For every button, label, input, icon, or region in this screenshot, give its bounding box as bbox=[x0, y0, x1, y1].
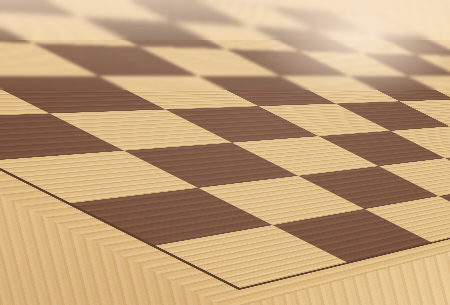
chessboard-photo bbox=[0, 0, 450, 305]
chessboard-grid bbox=[0, 0, 450, 290]
chessboard bbox=[0, 0, 450, 305]
